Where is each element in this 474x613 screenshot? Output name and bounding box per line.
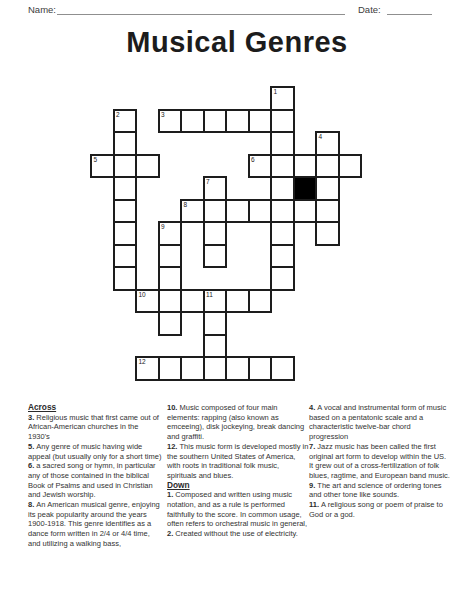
grid-cell[interactable] bbox=[270, 154, 295, 179]
grid-cell[interactable] bbox=[270, 266, 295, 291]
clue-text: a sacred song or hymn, in particular any… bbox=[28, 461, 156, 499]
black-cell bbox=[293, 176, 318, 201]
grid-cell[interactable] bbox=[270, 176, 295, 201]
grid-cell[interactable] bbox=[225, 199, 250, 224]
grid-cell[interactable] bbox=[158, 266, 183, 291]
grid-cell[interactable]: 9 bbox=[158, 221, 183, 246]
grid-cell[interactable] bbox=[293, 154, 318, 179]
grid-cell[interactable] bbox=[270, 131, 295, 156]
clue-text: Religious music that first came out of A… bbox=[28, 413, 159, 441]
grid-cell[interactable]: 12 bbox=[135, 356, 160, 381]
clue-number: 10. bbox=[167, 403, 180, 412]
clue-across-5: 5. Any genre of music having wide appeal… bbox=[28, 442, 162, 461]
cell-number: 5 bbox=[94, 156, 98, 164]
grid-cell[interactable] bbox=[293, 199, 318, 224]
grid-cell[interactable] bbox=[158, 244, 183, 269]
grid-cell[interactable] bbox=[270, 221, 295, 246]
grid-cell[interactable] bbox=[203, 221, 228, 246]
grid-cell[interactable]: 8 bbox=[180, 199, 205, 224]
clue-down-1: 1. Composed and written using music nota… bbox=[167, 490, 309, 529]
clue-text: Music composed of four main elements: ra… bbox=[167, 403, 304, 441]
grid-cell[interactable] bbox=[180, 289, 205, 314]
grid-cell[interactable] bbox=[113, 154, 138, 179]
grid-cell[interactable] bbox=[113, 221, 138, 246]
grid-cell[interactable] bbox=[248, 199, 273, 224]
name-line[interactable] bbox=[57, 13, 345, 15]
grid-cell[interactable]: 10 bbox=[135, 289, 160, 314]
cell-number: 7 bbox=[206, 178, 210, 186]
clue-text: A vocal and instrumental form of music b… bbox=[309, 403, 446, 441]
clue-text: Any genre of music having wide appeal (b… bbox=[28, 442, 161, 461]
date-label: Date: bbox=[358, 4, 381, 15]
grid-cell[interactable]: 4 bbox=[315, 131, 340, 156]
grid-cell[interactable] bbox=[270, 356, 295, 381]
clue-column-1: Across3. Religious music that first came… bbox=[28, 403, 162, 549]
grid-cell[interactable] bbox=[338, 154, 363, 179]
clue-across-10: 10. Music composed of four main elements… bbox=[167, 403, 309, 442]
clue-text: Created without the use of electricity. bbox=[175, 529, 297, 538]
crossword-grid: 123456789101112 bbox=[90, 86, 363, 382]
grid-cell[interactable] bbox=[113, 266, 138, 291]
clue-column-2: 10. Music composed of four main elements… bbox=[167, 403, 309, 539]
page: Name: Date: Musical Genres 1234567891011… bbox=[0, 0, 474, 613]
clue-text: Composed and written using music notatio… bbox=[167, 490, 307, 528]
cell-number: 4 bbox=[319, 133, 323, 141]
grid-cell[interactable] bbox=[135, 154, 160, 179]
clue-across-8: 8. An American musical genre, enjoying i… bbox=[28, 500, 162, 549]
grid-cell[interactable]: 5 bbox=[90, 154, 115, 179]
grid-cell[interactable] bbox=[113, 131, 138, 156]
clue-number: 11. bbox=[309, 500, 321, 509]
grid-cell[interactable] bbox=[180, 109, 205, 134]
grid-cell[interactable] bbox=[158, 289, 183, 314]
grid-cell[interactable] bbox=[158, 356, 183, 381]
grid-cell[interactable] bbox=[203, 356, 228, 381]
date-line[interactable] bbox=[387, 13, 432, 15]
grid-cell[interactable] bbox=[248, 356, 273, 381]
clue-down-7: 7. Jazz music has been called the first … bbox=[309, 442, 451, 481]
clue-column-3: 4. A vocal and instrumental form of musi… bbox=[309, 403, 451, 519]
grid-cell[interactable] bbox=[203, 109, 228, 134]
grid-cell[interactable] bbox=[315, 221, 340, 246]
grid-cell[interactable] bbox=[113, 176, 138, 201]
clue-down-11: 11. A religious song or poem of praise t… bbox=[309, 500, 451, 519]
down-header: Down bbox=[167, 481, 309, 491]
clue-text: A religious song or poem of praise to Go… bbox=[309, 500, 443, 519]
cell-number: 10 bbox=[139, 291, 146, 299]
grid-cell[interactable] bbox=[315, 154, 340, 179]
grid-cell[interactable]: 1 bbox=[270, 86, 295, 111]
grid-cell[interactable] bbox=[203, 311, 228, 336]
grid-cell[interactable]: 3 bbox=[158, 109, 183, 134]
grid-cell[interactable] bbox=[315, 199, 340, 224]
clue-number: 12. bbox=[167, 442, 180, 451]
clue-across-3: 3. Religious music that first came out o… bbox=[28, 413, 162, 442]
grid-cell[interactable] bbox=[225, 109, 250, 134]
clue-across-6: 6. a sacred song or hymn, in particular … bbox=[28, 461, 162, 500]
grid-cell[interactable] bbox=[270, 199, 295, 224]
cell-number: 3 bbox=[161, 111, 165, 119]
grid-cell[interactable] bbox=[203, 244, 228, 269]
name-label: Name: bbox=[28, 4, 56, 15]
grid-cell[interactable] bbox=[248, 109, 273, 134]
grid-cell[interactable] bbox=[180, 356, 205, 381]
grid-cell[interactable] bbox=[225, 356, 250, 381]
grid-cell[interactable] bbox=[203, 199, 228, 224]
grid-cell[interactable] bbox=[113, 244, 138, 269]
grid-cell[interactable] bbox=[203, 334, 228, 359]
clue-down-4: 4. A vocal and instrumental form of musi… bbox=[309, 403, 451, 442]
grid-cell[interactable]: 7 bbox=[203, 176, 228, 201]
cell-number: 8 bbox=[184, 201, 188, 209]
clue-across-12: 12. This music form is developed mostly … bbox=[167, 442, 309, 481]
across-header: Across bbox=[28, 403, 162, 413]
grid-cell[interactable] bbox=[270, 244, 295, 269]
page-title: Musical Genres bbox=[0, 26, 474, 59]
clue-down-2: 2. Created without the use of electricit… bbox=[167, 529, 309, 539]
clue-text: The art and science of ordering tones an… bbox=[309, 481, 442, 500]
grid-cell[interactable] bbox=[248, 289, 273, 314]
clue-text: This music form is developed mostly in t… bbox=[167, 442, 308, 480]
grid-cell[interactable]: 6 bbox=[248, 154, 273, 179]
cell-number: 11 bbox=[206, 291, 213, 299]
clue-down-9: 9. The art and science of ordering tones… bbox=[309, 481, 451, 500]
cell-number: 2 bbox=[116, 111, 120, 119]
grid-cell[interactable]: 2 bbox=[113, 109, 138, 134]
cell-number: 12 bbox=[139, 358, 146, 366]
cell-number: 9 bbox=[161, 223, 165, 231]
grid-cell[interactable] bbox=[315, 176, 340, 201]
grid-cell[interactable] bbox=[158, 311, 183, 336]
cell-number: 6 bbox=[251, 156, 255, 164]
cell-number: 1 bbox=[274, 88, 278, 96]
grid-cell[interactable] bbox=[270, 109, 295, 134]
clue-text: Jazz music has been called the first ori… bbox=[309, 442, 450, 480]
clue-text: An American musical genre, enjoying its … bbox=[28, 500, 160, 548]
grid-cell[interactable] bbox=[113, 199, 138, 224]
grid-cell[interactable]: 11 bbox=[203, 289, 228, 314]
grid-cell[interactable] bbox=[225, 289, 250, 314]
